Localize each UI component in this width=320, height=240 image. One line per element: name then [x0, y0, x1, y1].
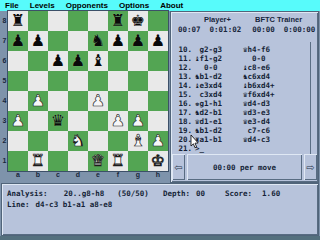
analysis-panel: Analysis: 20..g8-h8 (50/50) Depth: 00 Sc…: [2, 184, 318, 235]
file-label-e: e: [88, 171, 108, 178]
file-label-d: d: [68, 171, 88, 178]
next-move-button[interactable]: ⇨: [304, 154, 317, 180]
white-move-clock: 00:07: [178, 25, 201, 34]
white-pawn-h2[interactable]: ♟: [151, 131, 165, 151]
rank-labels: 87654321: [0, 11, 8, 171]
square-f3[interactable]: ♟: [108, 111, 128, 131]
square-g6[interactable]: [128, 51, 148, 71]
black-total-clock: 0:00:00: [284, 25, 316, 34]
square-a8[interactable]: ♜: [8, 11, 28, 31]
white-pawn-e4[interactable]: ♟: [91, 91, 105, 111]
black-pawn-a7[interactable]: ♟: [11, 31, 25, 51]
black-pawn-c6[interactable]: ♟: [51, 51, 65, 71]
line-label: Line:: [7, 200, 30, 209]
menu-item-options[interactable]: Options: [119, 1, 149, 10]
square-f8[interactable]: ♜: [108, 11, 128, 31]
square-f1[interactable]: ♜: [108, 151, 128, 171]
square-h7[interactable]: ♟: [148, 31, 168, 51]
square-g5[interactable]: [128, 71, 148, 91]
square-h4[interactable]: [148, 91, 168, 111]
white-player-name: Player+: [204, 15, 231, 24]
square-f4[interactable]: [108, 91, 128, 111]
move-row-13: 13.♞b1-d2♞c6xd4: [177, 72, 309, 81]
move-input-prompt-b: [243, 144, 299, 153]
square-b8[interactable]: [28, 11, 48, 31]
square-g8[interactable]: ♚: [128, 11, 148, 31]
app-window: File Levels Opponents Options About 8765…: [0, 0, 320, 240]
analysis-line: Analysis: 20..g8-h8 (50/50) Depth: 00 Sc…: [2, 189, 318, 198]
move-row-10-b: ♛h4-f6: [243, 45, 299, 54]
square-h1[interactable]: ♚: [148, 151, 168, 171]
move-list-scrollbar[interactable]: [310, 42, 315, 154]
black-pawn-b7[interactable]: ♟: [31, 31, 45, 51]
square-e4[interactable]: ♟: [88, 91, 108, 111]
square-g4[interactable]: [128, 91, 148, 111]
move-row-14-n: 14.: [177, 81, 195, 90]
move-row-14-w: ♝e3xd4: [195, 81, 243, 90]
square-h2[interactable]: ♟: [148, 131, 168, 151]
time-control-box: 00:00 per move: [187, 154, 302, 180]
square-h8[interactable]: [148, 11, 168, 31]
menu-item-file[interactable]: File: [5, 1, 19, 10]
square-h6[interactable]: [148, 51, 168, 71]
move-row-19-b: c7-c6: [243, 126, 299, 135]
move-row-15-w: c3xd4: [195, 90, 243, 99]
square-a6[interactable]: [8, 51, 28, 71]
square-d7[interactable]: [68, 31, 88, 51]
move-row-15-b: ♛f6xd4+: [243, 90, 299, 99]
square-e7[interactable]: ♞: [88, 31, 108, 51]
move-row-17-w: ♞d2-b1: [195, 108, 243, 117]
square-b6[interactable]: [28, 51, 48, 71]
black-pawn-h7[interactable]: ♟: [151, 31, 165, 51]
move-row-10-n: 10.: [177, 45, 195, 54]
square-d3[interactable]: [68, 111, 88, 131]
square-f6[interactable]: [108, 51, 128, 71]
rank-label-6: 6: [1, 51, 8, 71]
move-row-16-w: ♚g1-h1: [195, 99, 243, 108]
move-row-16: 16.♚g1-h1♛d4-d3: [177, 99, 309, 108]
chess-board[interactable]: ♜♜♚♟♟♞♟♟♟♟♟♝♟♟♟♛♟♟♞♝♟♜♛♜♚: [8, 11, 168, 171]
line-moves: d4-c3 b1-a1 a8-e8: [36, 200, 113, 209]
file-label-h: h: [148, 171, 168, 178]
square-h5[interactable]: [148, 71, 168, 91]
move-row-11: 11.♝f1-g2 0-0: [177, 54, 309, 63]
black-move-clock: 00:00: [252, 25, 275, 34]
square-b4[interactable]: ♟: [28, 91, 48, 111]
move-row-16-n: 16.: [177, 99, 195, 108]
menu-item-opponents[interactable]: Opponents: [66, 1, 108, 10]
analysis-label: Analysis:: [7, 189, 48, 198]
black-bishop-e6[interactable]: ♝: [91, 51, 105, 71]
square-d8[interactable]: [68, 11, 88, 31]
file-labels: abcdefgh: [8, 171, 168, 181]
white-bishop-g2[interactable]: ♝: [131, 131, 145, 151]
rank-label-8: 8: [1, 11, 8, 31]
white-pawn-b4[interactable]: ♟: [31, 91, 45, 111]
rank-label-3: 3: [1, 111, 8, 131]
file-label-b: b: [28, 171, 48, 178]
move-row-14: 14.♝e3xd4♝b6xd4+: [177, 81, 309, 90]
score-value: 1.60: [262, 189, 280, 198]
white-pawn-g3[interactable]: ♟: [131, 111, 145, 131]
square-g1[interactable]: [128, 151, 148, 171]
white-total-clock: 0:01:02: [210, 25, 242, 34]
move-row-12-b: ♝c8-e6: [243, 63, 299, 72]
move-row-18-w: ♛d1-e1: [195, 117, 243, 126]
square-h3[interactable]: [148, 111, 168, 131]
square-c5[interactable]: [48, 71, 68, 91]
square-a4[interactable]: [8, 91, 28, 111]
white-knight-d2[interactable]: ♞: [71, 131, 85, 151]
square-a2[interactable]: [8, 131, 28, 151]
move-row-10: 10. g2-g3♛h4-f6: [177, 45, 309, 54]
square-b1[interactable]: ♜: [28, 151, 48, 171]
move-row-15-n: 15.: [177, 90, 195, 99]
white-king-h1[interactable]: ♚: [151, 151, 165, 171]
square-d5[interactable]: [68, 71, 88, 91]
square-g2[interactable]: ♝: [128, 131, 148, 151]
move-row-13-w: ♞b1-d2: [195, 72, 243, 81]
move-input-prompt-w: >_: [195, 144, 243, 153]
rank-label-7: 7: [1, 31, 8, 51]
square-f2[interactable]: [108, 131, 128, 151]
move-row-12-w: 0-0: [195, 63, 243, 72]
move-row-19-n: 19.: [177, 126, 195, 135]
move-row-11-b: 0-0: [243, 54, 299, 63]
move-row-19-w: ♞b1-d2: [195, 126, 243, 135]
file-label-c: c: [48, 171, 68, 178]
black-pawn-d6[interactable]: ♟: [71, 51, 85, 71]
depth-label: Depth:: [163, 189, 190, 198]
square-c3[interactable]: ♛: [48, 111, 68, 131]
analysis-move: 20..g8-h8: [64, 189, 105, 198]
menu-bar: File Levels Opponents Options About: [0, 0, 320, 11]
square-d4[interactable]: [68, 91, 88, 111]
black-queen-c3[interactable]: ♛: [51, 111, 65, 131]
playback-controls: ⇦ 00:00 per move ⇨: [172, 154, 317, 180]
white-rook-f1[interactable]: ♜: [111, 151, 125, 171]
square-a1[interactable]: [8, 151, 28, 171]
move-row-15: 15. c3xd4♛f6xd4+: [177, 90, 309, 99]
game-panel: Player+ BFTC Trainer 00:07 0:01:02 00:00…: [171, 12, 318, 182]
square-b5[interactable]: [28, 71, 48, 91]
square-e1[interactable]: ♛: [88, 151, 108, 171]
square-e3[interactable]: [88, 111, 108, 131]
move-row-14-b: ♝b6xd4+: [243, 81, 299, 90]
black-pawn-f7[interactable]: ♟: [111, 31, 125, 51]
black-pawn-g7[interactable]: ♟: [131, 31, 145, 51]
move-row-10-w: g2-g3: [195, 45, 243, 54]
square-f7[interactable]: ♟: [108, 31, 128, 51]
menu-item-levels[interactable]: Levels: [30, 1, 55, 10]
rank-label-4: 4: [1, 91, 8, 111]
move-row-17-n: 17.: [177, 108, 195, 117]
square-f5[interactable]: [108, 71, 128, 91]
square-a3[interactable]: ♟: [8, 111, 28, 131]
black-king-g8[interactable]: ♚: [131, 11, 145, 31]
square-c8[interactable]: [48, 11, 68, 31]
square-g7[interactable]: ♟: [128, 31, 148, 51]
square-e8[interactable]: [88, 11, 108, 31]
square-d2[interactable]: ♞: [68, 131, 88, 151]
square-c1[interactable]: [48, 151, 68, 171]
square-d1[interactable]: [68, 151, 88, 171]
rank-label-2: 2: [1, 131, 8, 151]
file-label-f: f: [108, 171, 128, 178]
board-frame: 87654321 ♜♜♚♟♟♞♟♟♟♟♟♝♟♟♟♛♟♟♞♝♟♜♛♜♚ abcde…: [0, 11, 170, 182]
square-c4[interactable]: [48, 91, 68, 111]
clocks-row: 00:07 0:01:02 00:00 0:00:00: [171, 25, 318, 34]
move-row-18: 18.♛d1-e1♛e3-d4: [177, 117, 309, 126]
white-queen-e1[interactable]: ♛: [91, 151, 105, 171]
black-knight-e7[interactable]: ♞: [91, 31, 105, 51]
window-bottom-edge: [0, 236, 320, 240]
square-d6[interactable]: ♟: [68, 51, 88, 71]
white-pawn-a3[interactable]: ♟: [11, 111, 25, 131]
square-e6[interactable]: ♝: [88, 51, 108, 71]
move-row-18-b: ♛e3-d4: [243, 117, 299, 126]
black-player-name: BFTC Trainer: [255, 15, 302, 24]
square-b3[interactable]: [28, 111, 48, 131]
mouse-cursor: [190, 135, 199, 149]
move-row-19: 19.♞b1-d2 c7-c6: [177, 126, 309, 135]
rank-label-1: 1: [1, 151, 8, 171]
move-row-20-w: ♜a1-b1: [195, 135, 243, 144]
square-a5[interactable]: [8, 71, 28, 91]
file-label-g: g: [128, 171, 148, 178]
square-e5[interactable]: [88, 71, 108, 91]
white-rook-b1[interactable]: ♜: [31, 151, 45, 171]
move-row-12-n: 12.: [177, 63, 195, 72]
square-g3[interactable]: ♟: [128, 111, 148, 131]
square-c7[interactable]: [48, 31, 68, 51]
square-e2[interactable]: [88, 131, 108, 151]
file-label-a: a: [8, 171, 28, 178]
move-row-20-b: ♛d4-c3: [243, 135, 299, 144]
move-row-17: 17.♞d2-b1♛d3-e3: [177, 108, 309, 117]
square-c6[interactable]: ♟: [48, 51, 68, 71]
move-row-12: 12. 0-0♝c8-e6: [177, 63, 309, 72]
move-row-11-n: 11.: [177, 54, 195, 63]
depth-value: 00: [196, 189, 205, 198]
move-row-18-n: 18.: [177, 117, 195, 126]
square-b2[interactable]: [28, 131, 48, 151]
move-row-16-b: ♛d4-d3: [243, 99, 299, 108]
player-names: Player+ BFTC Trainer: [171, 15, 318, 24]
black-rook-f8[interactable]: ♜: [111, 11, 125, 31]
move-row-11-w: ♝f1-g2: [195, 54, 243, 63]
prev-move-button[interactable]: ⇦: [172, 154, 185, 180]
square-b7[interactable]: ♟: [28, 31, 48, 51]
black-rook-a8[interactable]: ♜: [11, 11, 25, 31]
square-a7[interactable]: ♟: [8, 31, 28, 51]
move-row-13-b: ♞c6xd4: [243, 72, 299, 81]
analysis-nodes: (50/50): [117, 189, 149, 198]
square-c2[interactable]: [48, 131, 68, 151]
white-pawn-f3[interactable]: ♟: [111, 111, 125, 131]
principal-variation-line: Line: d4-c3 b1-a1 a8-e8: [2, 200, 318, 209]
move-row-13-n: 13.: [177, 72, 195, 81]
score-label: Score:: [225, 189, 252, 198]
move-row-17-b: ♛d3-e3: [243, 108, 299, 117]
menu-item-about[interactable]: About: [160, 1, 183, 10]
rank-label-5: 5: [1, 71, 8, 91]
